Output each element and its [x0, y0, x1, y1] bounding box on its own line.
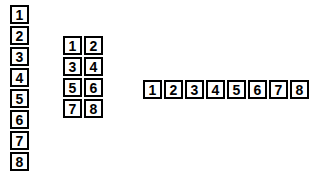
cell: 7	[10, 131, 29, 150]
cell: 7	[269, 80, 288, 99]
cell: 3	[10, 47, 29, 66]
column-8x1-board: 1 2 3 4 5 6 7 8	[10, 5, 29, 171]
cell: 6	[84, 78, 103, 97]
cell: 3	[185, 80, 204, 99]
cell: 5	[10, 89, 29, 108]
cell: 1	[143, 80, 162, 99]
cell: 7	[63, 99, 82, 118]
cell: 8	[10, 152, 29, 171]
cell: 2	[10, 26, 29, 45]
cell: 2	[164, 80, 183, 99]
cell: 2	[84, 36, 103, 55]
cell: 1	[10, 5, 29, 24]
cell: 3	[63, 57, 82, 76]
cell: 4	[84, 57, 103, 76]
cell: 5	[227, 80, 246, 99]
cell: 1	[63, 36, 82, 55]
cell: 4	[206, 80, 225, 99]
cell: 8	[290, 80, 309, 99]
cell: 6	[10, 110, 29, 129]
cell: 5	[63, 78, 82, 97]
cell: 8	[84, 99, 103, 118]
cell: 6	[248, 80, 267, 99]
row-1x8-board: 1 2 3 4 5 6 7 8	[143, 80, 309, 99]
reshape-diagram: 1 2 3 4 5 6 7 8 1 2 3 4 5 6 7 8 1 2 3 4 …	[0, 0, 316, 178]
grid-4x2-board: 1 2 3 4 5 6 7 8	[63, 36, 103, 118]
cell: 4	[10, 68, 29, 87]
